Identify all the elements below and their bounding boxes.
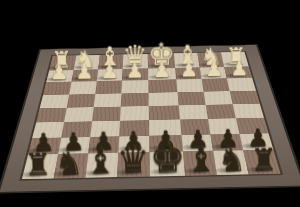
board-tilt-wrapper: ♜♞♝♛♚♝♞♜♟♟♟♟♟♟♟♟♟♟♟♟♟♟♟♟♜♞♝♛♚♝♞♜ xyxy=(0,0,300,207)
square-r7c2: ♝ xyxy=(85,153,118,178)
light-pawn: ♟ xyxy=(125,61,144,82)
square-r3c0 xyxy=(40,94,69,108)
light-pawn: ♟ xyxy=(100,61,119,82)
square-r7c7: ♜ xyxy=(243,150,280,175)
square-r2c4 xyxy=(148,80,178,93)
dark-king: ♚ xyxy=(149,137,185,178)
dark-rook: ♜ xyxy=(250,144,278,175)
square-r2c7 xyxy=(227,78,256,91)
square-r4c0 xyxy=(36,108,67,123)
square-r1c5: ♟ xyxy=(175,67,201,79)
dark-queen: ♛ xyxy=(116,141,149,178)
light-pawn: ♟ xyxy=(179,59,198,80)
square-r1c6: ♟ xyxy=(200,67,227,79)
square-r2c6 xyxy=(202,79,230,92)
square-r2c3 xyxy=(121,80,148,93)
light-pawn: ♟ xyxy=(204,59,223,80)
chess-photo-scene: ♜♞♝♛♚♝♞♜♟♟♟♟♟♟♟♟♟♟♟♟♟♟♟♟♜♞♝♛♚♝♞♜ xyxy=(0,0,300,207)
square-r2c2 xyxy=(95,81,122,94)
square-r3c2 xyxy=(94,93,122,107)
square-r4c3 xyxy=(120,106,149,121)
square-r7c4: ♚ xyxy=(149,151,185,176)
light-pawn: ♟ xyxy=(230,58,249,79)
square-r7c1: ♞ xyxy=(54,153,89,178)
square-r3c6 xyxy=(204,91,233,105)
dark-knight: ♞ xyxy=(55,147,84,179)
square-r7c3: ♛ xyxy=(117,152,150,177)
square-r1c7: ♟ xyxy=(224,66,252,78)
square-r3c4 xyxy=(148,92,179,106)
square-r3c7 xyxy=(230,90,260,104)
square-r7c5: ♝ xyxy=(183,151,217,176)
light-pawn: ♟ xyxy=(75,62,94,83)
chess-board: ♜♞♝♛♚♝♞♜♟♟♟♟♟♟♟♟♟♟♟♟♟♟♟♟♜♞♝♛♚♝♞♜ xyxy=(0,44,300,193)
square-r4c6 xyxy=(206,104,236,119)
square-r3c5 xyxy=(178,92,206,106)
dark-bishop: ♝ xyxy=(185,142,216,177)
square-r1c3: ♟ xyxy=(122,69,148,81)
square-r4c2 xyxy=(92,107,121,122)
square-r1c2: ♟ xyxy=(97,69,123,81)
square-r2c1 xyxy=(69,81,97,94)
dark-bishop: ♝ xyxy=(85,144,116,179)
dark-knight: ♞ xyxy=(218,144,247,176)
square-r4c7 xyxy=(233,104,264,119)
square-r2c0 xyxy=(43,82,71,95)
square-r1c4: ♟ xyxy=(148,68,177,80)
square-r3c1 xyxy=(67,94,96,108)
square-r2c5 xyxy=(176,79,203,92)
square-r4c4 xyxy=(148,105,180,120)
light-pawn: ♟ xyxy=(153,60,172,81)
board-squares: ♜♞♝♛♚♝♞♜♟♟♟♟♟♟♟♟♟♟♟♟♟♟♟♟♜♞♝♛♚♝♞♜ xyxy=(19,51,283,181)
square-r3c3 xyxy=(121,93,149,107)
square-r4c5 xyxy=(179,105,208,120)
light-pawn: ♟ xyxy=(49,62,68,83)
dark-rook: ♜ xyxy=(24,149,52,180)
square-r4c1 xyxy=(64,107,94,122)
square-r7c6: ♞ xyxy=(213,150,249,175)
